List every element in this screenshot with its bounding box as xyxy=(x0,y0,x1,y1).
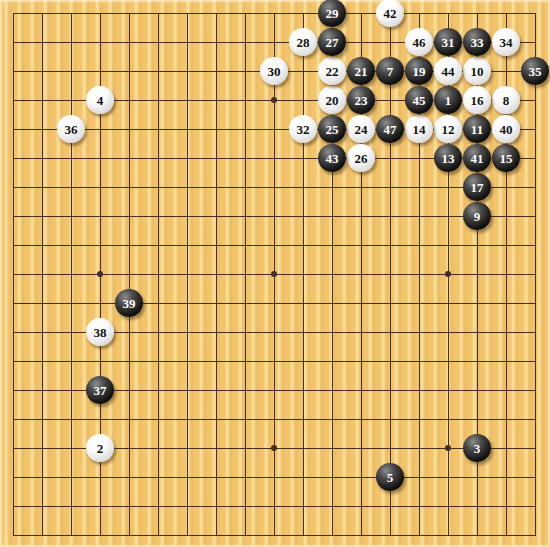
move-number: 32 xyxy=(297,123,310,136)
lattice-cell xyxy=(216,332,245,361)
lattice-cell xyxy=(390,303,419,332)
lattice-cell xyxy=(187,71,216,100)
lattice-cell xyxy=(158,187,187,216)
white-stone-28: 28 xyxy=(289,28,317,56)
lattice-cell xyxy=(361,506,390,535)
lattice-cell xyxy=(13,216,42,245)
move-number: 10 xyxy=(471,65,484,78)
lattice-cell xyxy=(448,245,477,274)
lattice-cell xyxy=(13,274,42,303)
lattice-cell xyxy=(13,419,42,448)
lattice-cell xyxy=(129,216,158,245)
move-number: 20 xyxy=(326,94,339,107)
lattice-cell xyxy=(216,42,245,71)
lattice-cell xyxy=(158,42,187,71)
lattice-cell xyxy=(361,216,390,245)
lattice-cell xyxy=(13,506,42,535)
lattice-cell xyxy=(245,100,274,129)
lattice-cell xyxy=(274,158,303,187)
white-stone-30: 30 xyxy=(260,57,288,85)
lattice-cell xyxy=(158,274,187,303)
white-stone-36: 36 xyxy=(57,115,85,143)
lattice-cell xyxy=(390,187,419,216)
white-stone-8: 8 xyxy=(492,86,520,114)
white-stone-38: 38 xyxy=(86,318,114,346)
lattice-cell xyxy=(216,274,245,303)
black-stone-35: 35 xyxy=(521,57,549,85)
move-number: 24 xyxy=(355,123,368,136)
lattice-cell xyxy=(158,71,187,100)
star-point xyxy=(445,445,451,451)
black-stone-21: 21 xyxy=(347,57,375,85)
lattice-cell xyxy=(361,332,390,361)
move-number: 34 xyxy=(500,36,513,49)
lattice-cell xyxy=(187,390,216,419)
lattice-cell xyxy=(13,100,42,129)
lattice-cell xyxy=(129,361,158,390)
lattice-cell xyxy=(129,42,158,71)
move-number: 31 xyxy=(442,36,455,49)
lattice-cell xyxy=(42,42,71,71)
lattice-cell xyxy=(332,303,361,332)
lattice-cell xyxy=(361,361,390,390)
lattice-cell xyxy=(158,129,187,158)
lattice-cell xyxy=(274,216,303,245)
move-number: 45 xyxy=(413,94,426,107)
lattice-cell xyxy=(419,419,448,448)
lattice-cell xyxy=(216,158,245,187)
lattice-cell xyxy=(13,361,42,390)
lattice-cell xyxy=(303,274,332,303)
lattice-cell xyxy=(332,419,361,448)
lattice-cell xyxy=(419,448,448,477)
lattice-cell xyxy=(245,448,274,477)
move-number: 39 xyxy=(123,297,136,310)
lattice-cell xyxy=(158,158,187,187)
lattice-cell xyxy=(332,506,361,535)
move-number: 11 xyxy=(471,123,483,136)
lattice-cell xyxy=(506,390,535,419)
black-stone-19: 19 xyxy=(405,57,433,85)
black-stone-39: 39 xyxy=(115,289,143,317)
lattice-cell xyxy=(129,100,158,129)
lattice-cell xyxy=(158,303,187,332)
lattice-cell xyxy=(419,245,448,274)
lattice-cell xyxy=(245,390,274,419)
lattice-cell xyxy=(71,13,100,42)
black-stone-11: 11 xyxy=(463,115,491,143)
black-stone-13: 13 xyxy=(434,144,462,172)
move-number: 22 xyxy=(326,65,339,78)
lattice-cell xyxy=(361,274,390,303)
lattice-cell xyxy=(245,158,274,187)
lattice-cell xyxy=(129,129,158,158)
lattice-cell xyxy=(129,245,158,274)
lattice-cell xyxy=(303,303,332,332)
lattice-cell xyxy=(448,274,477,303)
lattice-cell xyxy=(158,390,187,419)
lattice-cell xyxy=(216,477,245,506)
lattice-cell xyxy=(390,390,419,419)
lattice-cell xyxy=(390,216,419,245)
lattice-cell xyxy=(13,332,42,361)
lattice-cell xyxy=(361,390,390,419)
lattice-cell xyxy=(303,361,332,390)
lattice-cell xyxy=(216,216,245,245)
lattice-cell xyxy=(129,390,158,419)
lattice-cell xyxy=(13,448,42,477)
lattice-cell xyxy=(506,274,535,303)
lattice-cell xyxy=(274,274,303,303)
lattice-cell xyxy=(129,13,158,42)
lattice-cell xyxy=(419,274,448,303)
lattice-cell xyxy=(506,361,535,390)
lattice-cell xyxy=(216,245,245,274)
lattice-cell xyxy=(245,187,274,216)
lattice-cell xyxy=(419,390,448,419)
lattice-cell xyxy=(187,448,216,477)
move-number: 17 xyxy=(471,181,484,194)
move-number: 28 xyxy=(297,36,310,49)
lattice-cell xyxy=(129,187,158,216)
lattice-cell xyxy=(13,71,42,100)
lattice-cell xyxy=(42,448,71,477)
lattice-cell xyxy=(274,361,303,390)
move-number: 36 xyxy=(65,123,78,136)
go-board: 1234578910111213141516171920212223242526… xyxy=(0,0,550,547)
lattice-cell xyxy=(216,129,245,158)
lattice-cell xyxy=(448,303,477,332)
move-number: 15 xyxy=(500,152,513,165)
move-number: 2 xyxy=(97,442,104,455)
lattice-cell xyxy=(158,332,187,361)
move-number: 13 xyxy=(442,152,455,165)
lattice-cell xyxy=(332,332,361,361)
lattice-cell xyxy=(303,216,332,245)
white-stone-16: 16 xyxy=(463,86,491,114)
lattice-cell xyxy=(477,303,506,332)
black-stone-33: 33 xyxy=(463,28,491,56)
lattice-cell xyxy=(187,100,216,129)
lattice-cell xyxy=(303,245,332,274)
lattice-cell xyxy=(187,477,216,506)
lattice-cell xyxy=(13,13,42,42)
black-stone-37: 37 xyxy=(86,376,114,404)
move-number: 19 xyxy=(413,65,426,78)
lattice-cell xyxy=(187,361,216,390)
star-point xyxy=(271,97,277,103)
lattice-cell xyxy=(129,71,158,100)
black-stone-17: 17 xyxy=(463,173,491,201)
lattice-cell xyxy=(71,245,100,274)
lattice-cell xyxy=(245,274,274,303)
black-stone-29: 29 xyxy=(318,0,346,27)
lattice-cell xyxy=(390,419,419,448)
lattice-cell xyxy=(245,332,274,361)
lattice-cell xyxy=(129,506,158,535)
lattice-cell xyxy=(506,187,535,216)
black-stone-45: 45 xyxy=(405,86,433,114)
move-number: 21 xyxy=(355,65,368,78)
move-number: 3 xyxy=(474,442,481,455)
lattice-cell xyxy=(42,245,71,274)
move-number: 26 xyxy=(355,152,368,165)
lattice-cell xyxy=(187,42,216,71)
lattice-cell xyxy=(42,390,71,419)
lattice-cell xyxy=(42,419,71,448)
black-stone-25: 25 xyxy=(318,115,346,143)
move-number: 46 xyxy=(413,36,426,49)
lattice-cell xyxy=(71,216,100,245)
move-number: 35 xyxy=(529,65,542,78)
white-stone-4: 4 xyxy=(86,86,114,114)
lattice-cell xyxy=(245,129,274,158)
lattice-cell xyxy=(419,216,448,245)
white-stone-22: 22 xyxy=(318,57,346,85)
lattice-cell xyxy=(42,158,71,187)
lattice-cell xyxy=(332,477,361,506)
lattice-cell xyxy=(274,477,303,506)
lattice-cell xyxy=(506,332,535,361)
lattice-cell xyxy=(245,477,274,506)
lattice-cell xyxy=(13,477,42,506)
move-number: 30 xyxy=(268,65,281,78)
lattice-cell xyxy=(187,187,216,216)
lattice-cell xyxy=(332,448,361,477)
lattice-cell xyxy=(303,506,332,535)
lattice-cell xyxy=(448,477,477,506)
lattice-cell xyxy=(187,274,216,303)
lattice-cell xyxy=(477,390,506,419)
white-stone-34: 34 xyxy=(492,28,520,56)
move-number: 44 xyxy=(442,65,455,78)
lattice-cell xyxy=(477,361,506,390)
move-number: 4 xyxy=(97,94,104,107)
lattice-cell xyxy=(332,187,361,216)
lattice-cell xyxy=(477,506,506,535)
lattice-cell xyxy=(390,158,419,187)
lattice-cell xyxy=(390,506,419,535)
lattice-cell xyxy=(245,361,274,390)
lattice-cell xyxy=(100,187,129,216)
lattice-cell xyxy=(303,332,332,361)
lattice-cell xyxy=(274,303,303,332)
lattice-cell xyxy=(42,361,71,390)
lattice-cell xyxy=(187,332,216,361)
lattice-cell xyxy=(42,506,71,535)
lattice-cell xyxy=(419,303,448,332)
lattice-cell xyxy=(13,390,42,419)
lattice-cell xyxy=(274,245,303,274)
move-number: 14 xyxy=(413,123,426,136)
lattice-cell xyxy=(448,332,477,361)
move-number: 38 xyxy=(94,326,107,339)
lattice-cell xyxy=(216,361,245,390)
lattice-cell xyxy=(42,187,71,216)
lattice-cell xyxy=(13,303,42,332)
black-stone-31: 31 xyxy=(434,28,462,56)
lattice-cell xyxy=(158,216,187,245)
lattice-cell xyxy=(477,274,506,303)
lattice-cell xyxy=(274,332,303,361)
lattice-cell xyxy=(187,129,216,158)
star-point xyxy=(271,445,277,451)
white-stone-20: 20 xyxy=(318,86,346,114)
black-stone-27: 27 xyxy=(318,28,346,56)
white-stone-40: 40 xyxy=(492,115,520,143)
move-number: 43 xyxy=(326,152,339,165)
lattice-cell xyxy=(332,245,361,274)
move-number: 40 xyxy=(500,123,513,136)
black-stone-23: 23 xyxy=(347,86,375,114)
lattice-cell xyxy=(245,13,274,42)
lattice-cell xyxy=(332,274,361,303)
white-stone-44: 44 xyxy=(434,57,462,85)
lattice-cell xyxy=(390,245,419,274)
lattice-cell xyxy=(332,390,361,419)
black-stone-5: 5 xyxy=(376,463,404,491)
lattice-cell xyxy=(245,419,274,448)
lattice-cell xyxy=(187,303,216,332)
lattice-cell xyxy=(42,332,71,361)
lattice-cell xyxy=(274,448,303,477)
black-stone-7: 7 xyxy=(376,57,404,85)
lattice-cell xyxy=(303,477,332,506)
white-stone-10: 10 xyxy=(463,57,491,85)
lattice-cell xyxy=(13,187,42,216)
move-number: 9 xyxy=(474,210,481,223)
lattice-cell xyxy=(42,13,71,42)
lattice-cell xyxy=(245,245,274,274)
lattice-cell xyxy=(448,390,477,419)
white-stone-14: 14 xyxy=(405,115,433,143)
lattice-cell xyxy=(100,216,129,245)
lattice-cell xyxy=(158,477,187,506)
lattice-cell xyxy=(100,158,129,187)
lattice-cell xyxy=(419,332,448,361)
lattice-cell xyxy=(419,506,448,535)
star-point xyxy=(445,271,451,277)
move-number: 12 xyxy=(442,123,455,136)
lattice-cell xyxy=(100,42,129,71)
lattice-cell xyxy=(100,506,129,535)
white-stone-12: 12 xyxy=(434,115,462,143)
lattice-cell xyxy=(187,13,216,42)
lattice-cell xyxy=(448,361,477,390)
black-stone-3: 3 xyxy=(463,434,491,462)
move-number: 41 xyxy=(471,152,484,165)
move-number: 7 xyxy=(387,65,394,78)
move-number: 29 xyxy=(326,7,339,20)
lattice-cell xyxy=(303,448,332,477)
lattice-cell xyxy=(390,332,419,361)
lattice-cell xyxy=(158,361,187,390)
lattice-cell xyxy=(42,274,71,303)
lattice-cell xyxy=(158,506,187,535)
lattice-cell xyxy=(71,158,100,187)
lattice-cell xyxy=(274,419,303,448)
lattice-cell xyxy=(158,13,187,42)
lattice-cell xyxy=(419,361,448,390)
lattice-cell xyxy=(216,187,245,216)
lattice-cell xyxy=(506,448,535,477)
lattice-cell xyxy=(303,390,332,419)
lattice-cell xyxy=(274,390,303,419)
lattice-cell xyxy=(332,361,361,390)
lattice-cell xyxy=(42,303,71,332)
lattice-cell xyxy=(129,448,158,477)
lattice-cell xyxy=(42,216,71,245)
lattice-cell xyxy=(71,274,100,303)
move-number: 42 xyxy=(384,7,397,20)
black-stone-43: 43 xyxy=(318,144,346,172)
lattice-cell xyxy=(158,419,187,448)
lattice-cell xyxy=(361,187,390,216)
lattice-cell xyxy=(187,245,216,274)
lattice-cell xyxy=(42,477,71,506)
lattice-cell xyxy=(216,448,245,477)
white-stone-46: 46 xyxy=(405,28,433,56)
lattice-cell xyxy=(506,477,535,506)
lattice-cell xyxy=(245,506,274,535)
move-number: 37 xyxy=(94,384,107,397)
lattice-cell xyxy=(245,216,274,245)
move-number: 8 xyxy=(503,94,510,107)
lattice-cell xyxy=(216,13,245,42)
lattice-cell xyxy=(361,419,390,448)
black-stone-41: 41 xyxy=(463,144,491,172)
black-stone-15: 15 xyxy=(492,144,520,172)
lattice-cell xyxy=(303,419,332,448)
lattice-cell xyxy=(158,448,187,477)
lattice-cell xyxy=(71,187,100,216)
move-number: 16 xyxy=(471,94,484,107)
white-stone-2: 2 xyxy=(86,434,114,462)
lattice-cell xyxy=(129,419,158,448)
move-number: 23 xyxy=(355,94,368,107)
lattice-cell xyxy=(129,158,158,187)
lattice-cell xyxy=(216,390,245,419)
lattice-cell xyxy=(506,216,535,245)
lattice-cell xyxy=(42,71,71,100)
white-stone-26: 26 xyxy=(347,144,375,172)
move-number: 47 xyxy=(384,123,397,136)
lattice-cell xyxy=(187,419,216,448)
lattice-cell xyxy=(71,42,100,71)
lattice-cell xyxy=(158,245,187,274)
lattice-cell xyxy=(216,506,245,535)
lattice-cell xyxy=(390,274,419,303)
lattice-cell xyxy=(71,477,100,506)
lattice-cell xyxy=(187,506,216,535)
lattice-cell xyxy=(216,71,245,100)
lattice-cell xyxy=(216,303,245,332)
white-stone-24: 24 xyxy=(347,115,375,143)
lattice-cell xyxy=(100,13,129,42)
lattice-cell xyxy=(274,187,303,216)
lattice-cell xyxy=(187,216,216,245)
lattice-cell xyxy=(13,129,42,158)
lattice-cell xyxy=(419,477,448,506)
white-stone-42: 42 xyxy=(376,0,404,27)
lattice-cell xyxy=(13,245,42,274)
lattice-cell xyxy=(100,129,129,158)
black-stone-1: 1 xyxy=(434,86,462,114)
lattice-cell xyxy=(332,216,361,245)
white-stone-32: 32 xyxy=(289,115,317,143)
lattice-cell xyxy=(71,506,100,535)
lattice-cell xyxy=(100,245,129,274)
